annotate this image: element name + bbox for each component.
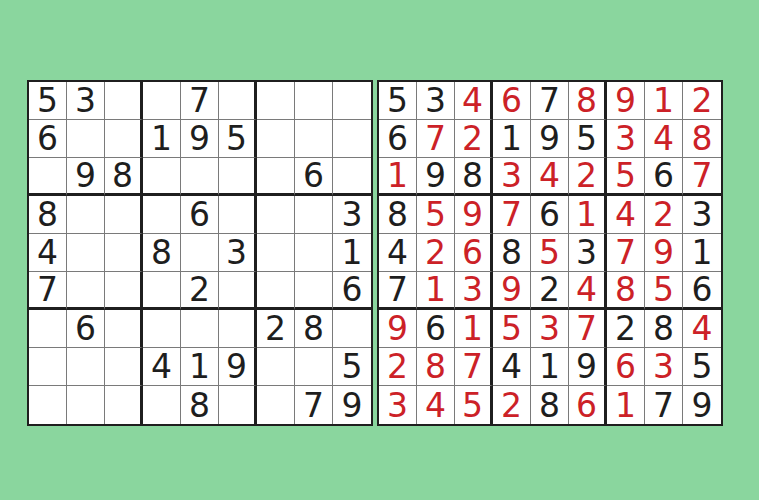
puzzle-cell-r3c7 <box>257 158 295 196</box>
solution-cell-r2c6: 5 <box>569 120 607 158</box>
solution-cell-r7c7: 2 <box>607 310 645 348</box>
solution-cell-r7c3: 1 <box>455 310 493 348</box>
puzzle-cell-r9c3 <box>105 386 143 424</box>
puzzle-cell-r5c3 <box>105 234 143 272</box>
puzzle-cell-r8c2 <box>67 348 105 386</box>
puzzle-cell-r3c1 <box>29 158 67 196</box>
solution-cell-r2c2: 7 <box>417 120 455 158</box>
solution-cell-r5c3: 6 <box>455 234 493 272</box>
solution-cell-r8c7: 6 <box>607 348 645 386</box>
puzzle-cell-r4c2 <box>67 196 105 234</box>
solution-cell-r6c3: 3 <box>455 272 493 310</box>
solution-cell-r1c9: 2 <box>683 82 721 120</box>
puzzle-cell-r2c3 <box>105 120 143 158</box>
solution-cell-r4c6: 1 <box>569 196 607 234</box>
puzzle-cell-r6c6 <box>219 272 257 310</box>
solution-cell-r6c9: 6 <box>683 272 721 310</box>
solution-cell-r2c8: 4 <box>645 120 683 158</box>
solution-cell-r5c8: 9 <box>645 234 683 272</box>
puzzle-cell-r1c3 <box>105 82 143 120</box>
puzzle-cell-r8c3 <box>105 348 143 386</box>
solution-cell-r4c4: 7 <box>493 196 531 234</box>
solution-cell-r3c2: 9 <box>417 158 455 196</box>
puzzle-cell-r3c8: 6 <box>295 158 333 196</box>
puzzle-cell-r6c5: 2 <box>181 272 219 310</box>
puzzle-cell-r5c5 <box>181 234 219 272</box>
puzzle-cell-r6c8 <box>295 272 333 310</box>
solution-cell-r4c1: 8 <box>379 196 417 234</box>
solution-cell-r2c5: 9 <box>531 120 569 158</box>
solution-cell-r3c3: 8 <box>455 158 493 196</box>
puzzle-cell-r1c1: 5 <box>29 82 67 120</box>
solution-cell-r7c5: 3 <box>531 310 569 348</box>
solution-cell-r3c7: 5 <box>607 158 645 196</box>
solution-cell-r8c2: 8 <box>417 348 455 386</box>
solution-cell-r4c8: 2 <box>645 196 683 234</box>
solution-cell-r4c2: 5 <box>417 196 455 234</box>
solution-cell-r1c4: 6 <box>493 82 531 120</box>
puzzle-cell-r4c4 <box>143 196 181 234</box>
puzzle-cell-r1c7 <box>257 82 295 120</box>
puzzle-cell-r6c1: 7 <box>29 272 67 310</box>
solution-cell-r8c5: 1 <box>531 348 569 386</box>
puzzle-cell-r5c6: 3 <box>219 234 257 272</box>
solution-cell-r5c6: 3 <box>569 234 607 272</box>
solution-cell-r7c4: 5 <box>493 310 531 348</box>
solution-cell-r2c4: 1 <box>493 120 531 158</box>
puzzle-cell-r4c8 <box>295 196 333 234</box>
puzzle-cell-r7c2: 6 <box>67 310 105 348</box>
solution-cell-r9c2: 4 <box>417 386 455 424</box>
puzzle-cell-r4c3 <box>105 196 143 234</box>
solution-cell-r6c7: 8 <box>607 272 645 310</box>
solution-cell-r5c7: 7 <box>607 234 645 272</box>
puzzle-cell-r2c1: 6 <box>29 120 67 158</box>
puzzle-cell-r3c3: 8 <box>105 158 143 196</box>
solution-cell-r6c1: 7 <box>379 272 417 310</box>
puzzle-cell-r5c8 <box>295 234 333 272</box>
puzzle-cell-r5c1: 4 <box>29 234 67 272</box>
puzzle-cell-r9c5: 8 <box>181 386 219 424</box>
solution-cell-r5c4: 8 <box>493 234 531 272</box>
solution-cell-r3c4: 3 <box>493 158 531 196</box>
puzzle-cell-r6c9: 6 <box>333 272 371 310</box>
puzzle-cell-r3c9 <box>333 158 371 196</box>
puzzle-cell-r4c6 <box>219 196 257 234</box>
puzzle-cell-r9c9: 9 <box>333 386 371 424</box>
puzzle-cell-r2c5: 9 <box>181 120 219 158</box>
solution-cell-r1c3: 4 <box>455 82 493 120</box>
puzzle-cell-r6c7 <box>257 272 295 310</box>
illustration-canvas: 537619598686348317266284195879 534678912… <box>0 0 759 500</box>
solution-cell-r5c1: 4 <box>379 234 417 272</box>
puzzle-cell-r7c5 <box>181 310 219 348</box>
solution-cell-r7c8: 8 <box>645 310 683 348</box>
puzzle-cell-r3c4 <box>143 158 181 196</box>
puzzle-cell-r5c7 <box>257 234 295 272</box>
puzzle-cell-r4c7 <box>257 196 295 234</box>
puzzle-cell-r3c6 <box>219 158 257 196</box>
solution-cell-r7c9: 4 <box>683 310 721 348</box>
solution-cell-r1c2: 3 <box>417 82 455 120</box>
solution-cell-r8c9: 5 <box>683 348 721 386</box>
puzzle-cell-r9c2 <box>67 386 105 424</box>
puzzle-cell-r3c5 <box>181 158 219 196</box>
solution-cell-r5c2: 2 <box>417 234 455 272</box>
puzzle-cell-r9c1 <box>29 386 67 424</box>
puzzle-cell-r2c9 <box>333 120 371 158</box>
puzzle-cell-r8c4: 4 <box>143 348 181 386</box>
puzzle-cell-r7c7: 2 <box>257 310 295 348</box>
puzzle-board: 537619598686348317266284195879 <box>27 80 373 426</box>
solution-cell-r3c1: 1 <box>379 158 417 196</box>
puzzle-cell-r9c8: 7 <box>295 386 333 424</box>
solution-cell-r1c8: 1 <box>645 82 683 120</box>
solution-cell-r1c1: 5 <box>379 82 417 120</box>
solution-cell-r9c1: 3 <box>379 386 417 424</box>
puzzle-cell-r5c4: 8 <box>143 234 181 272</box>
solution-cell-r2c3: 2 <box>455 120 493 158</box>
puzzle-cell-r1c6 <box>219 82 257 120</box>
solution-cell-r1c6: 8 <box>569 82 607 120</box>
solution-cell-r3c5: 4 <box>531 158 569 196</box>
solution-cell-r3c6: 2 <box>569 158 607 196</box>
puzzle-cell-r1c9 <box>333 82 371 120</box>
puzzle-cell-r1c5: 7 <box>181 82 219 120</box>
solution-cell-r6c5: 2 <box>531 272 569 310</box>
puzzle-cell-r9c4 <box>143 386 181 424</box>
solution-cell-r9c5: 8 <box>531 386 569 424</box>
solution-cell-r8c8: 3 <box>645 348 683 386</box>
puzzle-cell-r2c6: 5 <box>219 120 257 158</box>
puzzle-cell-r5c2 <box>67 234 105 272</box>
solution-cell-r9c8: 7 <box>645 386 683 424</box>
solution-cell-r6c2: 1 <box>417 272 455 310</box>
solution-cell-r6c8: 5 <box>645 272 683 310</box>
puzzle-cell-r8c7 <box>257 348 295 386</box>
solution-cell-r1c7: 9 <box>607 82 645 120</box>
solution-cell-r5c9: 1 <box>683 234 721 272</box>
solution-cell-r2c7: 3 <box>607 120 645 158</box>
solution-cell-r8c3: 7 <box>455 348 493 386</box>
solution-cell-r7c6: 7 <box>569 310 607 348</box>
puzzle-cell-r2c4: 1 <box>143 120 181 158</box>
solution-cell-r6c4: 9 <box>493 272 531 310</box>
puzzle-cell-r6c2 <box>67 272 105 310</box>
solution-cell-r4c5: 6 <box>531 196 569 234</box>
puzzle-cell-r2c8 <box>295 120 333 158</box>
puzzle-cell-r8c1 <box>29 348 67 386</box>
solution-cell-r3c9: 7 <box>683 158 721 196</box>
puzzle-cell-r8c8 <box>295 348 333 386</box>
puzzle-cell-r6c3 <box>105 272 143 310</box>
solution-cell-r7c2: 6 <box>417 310 455 348</box>
puzzle-cell-r9c7 <box>257 386 295 424</box>
puzzle-cell-r1c2: 3 <box>67 82 105 120</box>
puzzle-cell-r6c4 <box>143 272 181 310</box>
solution-cell-r8c6: 9 <box>569 348 607 386</box>
solution-cell-r1c5: 7 <box>531 82 569 120</box>
puzzle-cell-r8c9: 5 <box>333 348 371 386</box>
solution-cell-r8c4: 4 <box>493 348 531 386</box>
solution-cell-r9c6: 6 <box>569 386 607 424</box>
solution-cell-r2c1: 6 <box>379 120 417 158</box>
puzzle-cell-r7c1 <box>29 310 67 348</box>
puzzle-cell-r4c5: 6 <box>181 196 219 234</box>
puzzle-cell-r7c9 <box>333 310 371 348</box>
solution-cell-r5c5: 5 <box>531 234 569 272</box>
solution-cell-r7c1: 9 <box>379 310 417 348</box>
puzzle-cell-r8c6: 9 <box>219 348 257 386</box>
puzzle-cell-r4c9: 3 <box>333 196 371 234</box>
solution-cell-r2c9: 8 <box>683 120 721 158</box>
puzzle-cell-r3c2: 9 <box>67 158 105 196</box>
solution-cell-r9c3: 5 <box>455 386 493 424</box>
solution-cell-r4c3: 9 <box>455 196 493 234</box>
solution-cell-r4c9: 3 <box>683 196 721 234</box>
puzzle-cell-r4c1: 8 <box>29 196 67 234</box>
puzzle-cell-r7c4 <box>143 310 181 348</box>
puzzle-cell-r7c3 <box>105 310 143 348</box>
puzzle-cell-r2c2 <box>67 120 105 158</box>
solution-cell-r3c8: 6 <box>645 158 683 196</box>
puzzle-cell-r1c4 <box>143 82 181 120</box>
solution-cell-r9c7: 1 <box>607 386 645 424</box>
solution-board: 5346789126721953481983425678597614234268… <box>377 80 723 426</box>
puzzle-cell-r9c6 <box>219 386 257 424</box>
puzzle-cell-r1c8 <box>295 82 333 120</box>
puzzle-cell-r5c9: 1 <box>333 234 371 272</box>
puzzle-cell-r7c6 <box>219 310 257 348</box>
solution-cell-r4c7: 4 <box>607 196 645 234</box>
puzzle-cell-r7c8: 8 <box>295 310 333 348</box>
puzzle-cell-r8c5: 1 <box>181 348 219 386</box>
solution-cell-r8c1: 2 <box>379 348 417 386</box>
solution-cell-r9c9: 9 <box>683 386 721 424</box>
solution-cell-r9c4: 2 <box>493 386 531 424</box>
puzzle-cell-r2c7 <box>257 120 295 158</box>
solution-cell-r6c6: 4 <box>569 272 607 310</box>
